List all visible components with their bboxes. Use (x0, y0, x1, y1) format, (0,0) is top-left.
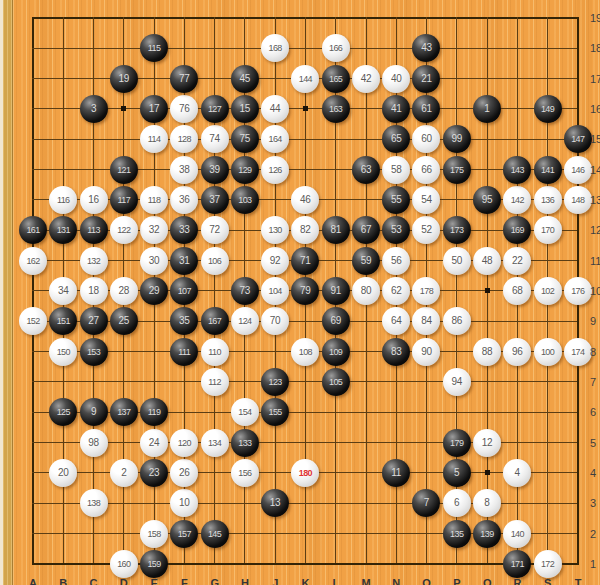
stone-white-36: 36 (170, 186, 198, 214)
stone-white-76: 76 (170, 95, 198, 123)
stone-white-176: 176 (564, 277, 592, 305)
board-cell: 31 (169, 245, 199, 275)
stone-move-number: 64 (391, 316, 402, 326)
stone-black-113: 113 (80, 216, 108, 244)
stone-move-number: 7 (424, 498, 429, 508)
stone-move-number: 45 (240, 74, 251, 84)
stone-move-number: 105 (329, 377, 342, 387)
stone-black-145: 145 (201, 520, 229, 548)
board-cell: 166 (321, 33, 351, 63)
stone-black-69: 69 (322, 307, 350, 335)
board-cell: 95 (472, 185, 502, 215)
board-cell: 17 (139, 94, 169, 124)
stone-move-number: 152 (26, 316, 39, 326)
stone-black-107: 107 (170, 277, 198, 305)
board-cell: 104 (260, 276, 290, 306)
board-cell: 133 (230, 427, 260, 457)
stone-move-number: 102 (541, 286, 554, 296)
stone-white-70: 70 (261, 307, 289, 335)
stone-black-77: 77 (170, 65, 198, 93)
board-cell: 27 (78, 306, 108, 336)
stone-black-3: 3 (80, 95, 108, 123)
stone-move-number: 60 (421, 134, 432, 144)
stone-move-number: 4 (515, 468, 520, 478)
stone-move-number: 161 (26, 225, 39, 235)
stone-move-number: 163 (329, 104, 342, 114)
board-cell: 84 (411, 306, 441, 336)
stone-black-129: 129 (231, 156, 259, 184)
stone-move-number: 100 (541, 347, 554, 357)
stone-move-number: 20 (58, 468, 69, 478)
board-cell: 171 (502, 549, 532, 579)
stone-move-number: 54 (421, 195, 432, 205)
stone-white-174: 174 (564, 338, 592, 366)
board-cell: 110 (199, 336, 229, 366)
stone-move-number: 160 (117, 559, 130, 569)
stone-move-number: 15 (240, 104, 251, 114)
stone-move-number: 81 (330, 225, 341, 235)
stone-white-158: 158 (140, 520, 168, 548)
stone-move-number: 106 (208, 256, 221, 266)
stone-move-number: 135 (450, 529, 463, 539)
stone-black-31: 31 (170, 247, 198, 275)
stone-black-159: 159 (140, 550, 168, 578)
stone-white-166: 166 (322, 34, 350, 62)
board-cell: 178 (411, 276, 441, 306)
stone-white-160: 160 (110, 550, 138, 578)
stone-move-number: 68 (512, 286, 523, 296)
stone-move-number: 5 (454, 468, 459, 478)
board-cell: 117 (109, 185, 139, 215)
stone-white-20: 20 (49, 459, 77, 487)
board-cell: 107 (169, 276, 199, 306)
stone-move-number: 13 (270, 498, 281, 508)
board-cell: 44 (260, 94, 290, 124)
stone-move-number: 127 (208, 104, 221, 114)
stone-white-172: 172 (534, 550, 562, 578)
column-label-J: J (269, 577, 281, 585)
board-cell: 33 (169, 215, 199, 245)
column-label-R: R (511, 577, 523, 585)
column-label-O: O (421, 577, 433, 585)
stone-black-21: 21 (412, 65, 440, 93)
stone-move-number: 2 (121, 468, 126, 478)
stone-move-number: 136 (541, 195, 554, 205)
board-cell: 173 (442, 215, 472, 245)
stone-move-number: 138 (87, 498, 100, 508)
board-cell: 92 (260, 245, 290, 275)
stone-move-number: 170 (541, 225, 554, 235)
stone-white-50: 50 (443, 247, 471, 275)
board-cell: 109 (321, 336, 351, 366)
stone-white-140: 140 (503, 520, 531, 548)
board-cell: 145 (199, 518, 229, 548)
stone-move-number: 165 (329, 74, 342, 84)
stone-move-number: 84 (421, 316, 432, 326)
board-cell: 172 (532, 549, 562, 579)
stone-move-number: 175 (450, 165, 463, 175)
stone-move-number: 39 (209, 165, 220, 175)
stone-move-number: 38 (179, 165, 190, 175)
stone-black-33: 33 (170, 216, 198, 244)
stone-move-number: 154 (238, 407, 251, 417)
stone-white-2: 2 (110, 459, 138, 487)
stone-white-152: 152 (19, 307, 47, 335)
stone-black-119: 119 (140, 398, 168, 426)
board-cell: 18 (78, 276, 108, 306)
stone-move-number: 32 (149, 225, 160, 235)
stone-black-11: 11 (382, 459, 410, 487)
stone-white-136: 136 (534, 186, 562, 214)
stone-white-64: 64 (382, 307, 410, 335)
stone-move-number: 94 (451, 377, 462, 387)
board-cell: 53 (381, 215, 411, 245)
board-cell: 41 (381, 94, 411, 124)
board-cell: 126 (260, 154, 290, 184)
stone-white-148: 148 (564, 186, 592, 214)
stone-move-number: 107 (178, 286, 191, 296)
stone-move-number: 156 (238, 468, 251, 478)
stone-black-125: 125 (49, 398, 77, 426)
stone-move-number: 46 (300, 195, 311, 205)
stone-move-number: 26 (179, 468, 190, 478)
board-cell: 12 (472, 427, 502, 457)
board-cell: 114 (139, 124, 169, 154)
stone-move-number: 131 (57, 225, 70, 235)
stone-white-30: 30 (140, 247, 168, 275)
board-cell: 3 (78, 94, 108, 124)
board-cell: 98 (78, 427, 108, 457)
stone-black-95: 95 (473, 186, 501, 214)
stone-white-16: 16 (80, 186, 108, 214)
stone-white-118: 118 (140, 186, 168, 214)
board-cell: 170 (532, 215, 562, 245)
stone-white-138: 138 (80, 489, 108, 517)
stone-black-109: 109 (322, 338, 350, 366)
stone-move-number: 95 (482, 195, 493, 205)
stone-white-128: 128 (170, 125, 198, 153)
stone-move-number: 120 (178, 438, 191, 448)
stone-black-19: 19 (110, 65, 138, 93)
stone-move-number: 162 (26, 256, 39, 266)
column-label-G: G (209, 577, 221, 585)
board-cell: 75 (230, 124, 260, 154)
stone-white-34: 34 (49, 277, 77, 305)
stone-black-55: 55 (382, 186, 410, 214)
stone-move-number: 137 (117, 407, 130, 417)
board-cell: 46 (290, 185, 320, 215)
stone-black-43: 43 (412, 34, 440, 62)
stone-move-number: 172 (541, 559, 554, 569)
stone-move-number: 31 (179, 256, 190, 266)
stone-black-139: 139 (473, 520, 501, 548)
stone-black-123: 123 (261, 368, 289, 396)
stone-move-number: 142 (511, 195, 524, 205)
stone-move-number: 141 (541, 165, 554, 175)
stone-move-number: 34 (58, 286, 69, 296)
stone-move-number: 180 (299, 468, 312, 478)
stone-move-number: 157 (178, 529, 191, 539)
stone-move-number: 153 (87, 347, 100, 357)
stone-black-17: 17 (140, 95, 168, 123)
row-label-10: 10 (590, 285, 600, 297)
board-cell: 116 (48, 185, 78, 215)
stone-white-94: 94 (443, 368, 471, 396)
board-cell: 79 (290, 276, 320, 306)
stone-move-number: 124 (238, 316, 251, 326)
stone-move-number: 173 (450, 225, 463, 235)
stone-black-27: 27 (80, 307, 108, 335)
board-cell: 52 (411, 215, 441, 245)
stone-black-25: 25 (110, 307, 138, 335)
stone-white-24: 24 (140, 429, 168, 457)
board-cell: 2 (109, 458, 139, 488)
board-cell: 159 (139, 549, 169, 579)
board-cell: 48 (472, 245, 502, 275)
board-cell: 45 (230, 64, 260, 94)
board-cell: 67 (351, 215, 381, 245)
stone-move-number: 179 (450, 438, 463, 448)
board-cell: 112 (199, 367, 229, 397)
board-cell: 144 (290, 64, 320, 94)
stone-white-104: 104 (261, 277, 289, 305)
stone-move-number: 58 (391, 165, 402, 175)
stone-black-81: 81 (322, 216, 350, 244)
row-label-19: 19 (590, 12, 600, 24)
row-label-14: 14 (590, 164, 600, 176)
column-label-C: C (88, 577, 100, 585)
stone-black-157: 157 (170, 520, 198, 548)
stone-white-18: 18 (80, 277, 108, 305)
stone-black-5: 5 (443, 459, 471, 487)
board-cell: 161 (18, 215, 48, 245)
stone-white-134: 134 (201, 429, 229, 457)
column-label-S: S (542, 577, 554, 585)
row-label-16: 16 (590, 103, 600, 115)
stone-white-80: 80 (352, 277, 380, 305)
board-cell: 72 (199, 215, 229, 245)
board-cell: 119 (139, 397, 169, 427)
stone-white-126: 126 (261, 156, 289, 184)
board-cell: 55 (381, 185, 411, 215)
board-cell: 60 (411, 124, 441, 154)
stone-move-number: 82 (300, 225, 311, 235)
stone-move-number: 150 (57, 347, 70, 357)
stone-white-56: 56 (382, 247, 410, 275)
stone-black-147: 147 (564, 125, 592, 153)
board-cell: 155 (260, 397, 290, 427)
stone-move-number: 55 (391, 195, 402, 205)
stone-white-102: 102 (534, 277, 562, 305)
stone-move-number: 80 (361, 286, 372, 296)
board-cell: 158 (139, 518, 169, 548)
row-label-12: 12 (590, 224, 600, 236)
board-cell: 180 (290, 458, 320, 488)
stone-move-number: 40 (391, 74, 402, 84)
stone-white-54: 54 (412, 186, 440, 214)
stone-move-number: 69 (330, 316, 341, 326)
stone-move-number: 140 (511, 529, 524, 539)
stone-move-number: 67 (361, 225, 372, 235)
board-cell: 62 (381, 276, 411, 306)
stone-move-number: 41 (391, 104, 402, 114)
board-intersections[interactable]: 1234567891011121315161718192021222324252… (18, 3, 593, 579)
stone-move-number: 119 (148, 407, 161, 417)
stone-move-number: 79 (300, 286, 311, 296)
stone-move-number: 22 (512, 256, 523, 266)
stone-move-number: 125 (57, 407, 70, 417)
board-cell: 19 (109, 64, 139, 94)
stone-move-number: 16 (88, 195, 99, 205)
board-cell: 7 (411, 488, 441, 518)
stone-black-161: 161 (19, 216, 47, 244)
board-cell: 34 (48, 276, 78, 306)
row-label-9: 9 (590, 315, 600, 327)
stone-move-number: 19 (119, 74, 130, 84)
board-cell: 21 (411, 64, 441, 94)
stone-move-number: 118 (148, 195, 161, 205)
board-cell: 43 (411, 33, 441, 63)
stone-white-178: 178 (412, 277, 440, 305)
board-cell: 56 (381, 245, 411, 275)
stone-white-84: 84 (412, 307, 440, 335)
column-label-E: E (148, 577, 160, 585)
board-cell: 38 (169, 154, 199, 184)
board-cell: 4 (502, 458, 532, 488)
board-cell: 129 (230, 154, 260, 184)
board-cell: 69 (321, 306, 351, 336)
stone-black-149: 149 (534, 95, 562, 123)
stone-move-number: 27 (88, 316, 99, 326)
stone-move-number: 11 (391, 468, 401, 478)
stone-black-41: 41 (382, 95, 410, 123)
board-cell: 124 (230, 306, 260, 336)
stone-move-number: 44 (270, 104, 281, 114)
stone-move-number: 129 (238, 165, 251, 175)
stone-move-number: 117 (118, 195, 131, 205)
stone-move-number: 132 (87, 256, 100, 266)
stone-move-number: 158 (147, 529, 160, 539)
board-cell: 96 (502, 336, 532, 366)
board-cell: 59 (351, 245, 381, 275)
stone-black-175: 175 (443, 156, 471, 184)
stone-move-number: 30 (149, 256, 160, 266)
go-board: 1234567891011121315161718192021222324252… (0, 0, 600, 585)
board-cell: 137 (109, 397, 139, 427)
board-cell: 140 (502, 518, 532, 548)
stone-black-45: 45 (231, 65, 259, 93)
stone-black-133: 133 (231, 429, 259, 457)
board-cell: 179 (442, 427, 472, 457)
stone-white-106: 106 (201, 247, 229, 275)
column-label-T: T (572, 577, 584, 585)
stone-move-number: 56 (391, 256, 402, 266)
stone-white-26: 26 (170, 459, 198, 487)
stone-move-number: 146 (571, 165, 584, 175)
board-cell: 103 (230, 185, 260, 215)
column-label-H: H (239, 577, 251, 585)
stone-black-153: 153 (80, 338, 108, 366)
stone-move-number: 115 (148, 43, 161, 53)
stone-black-9: 9 (80, 398, 108, 426)
stone-move-number: 176 (571, 286, 584, 296)
board-cell: 5 (442, 458, 472, 488)
stone-move-number: 70 (270, 316, 281, 326)
stone-black-37: 37 (201, 186, 229, 214)
board-cell: 81 (321, 215, 351, 245)
stone-move-number: 126 (269, 165, 282, 175)
stone-black-155: 155 (261, 398, 289, 426)
stone-move-number: 178 (420, 286, 433, 296)
stone-white-144: 144 (291, 65, 319, 93)
stone-move-number: 83 (391, 347, 402, 357)
stone-move-number: 59 (361, 256, 372, 266)
stone-white-112: 112 (201, 368, 229, 396)
stone-white-150: 150 (49, 338, 77, 366)
board-cell: 136 (532, 185, 562, 215)
row-label-4: 4 (590, 467, 600, 479)
stone-white-142: 142 (503, 186, 531, 214)
stone-white-114: 114 (140, 125, 168, 153)
stone-white-52: 52 (412, 216, 440, 244)
board-cell: 54 (411, 185, 441, 215)
row-label-6: 6 (590, 406, 600, 418)
stone-move-number: 21 (421, 74, 432, 84)
row-label-11: 11 (590, 255, 600, 267)
row-label-17: 17 (590, 73, 600, 85)
stone-black-29: 29 (140, 277, 168, 305)
stone-move-number: 73 (240, 286, 251, 296)
stone-move-number: 149 (541, 104, 554, 114)
stone-black-35: 35 (170, 307, 198, 335)
stone-move-number: 88 (482, 347, 493, 357)
board-cell: 142 (502, 185, 532, 215)
stone-black-135: 135 (443, 520, 471, 548)
stone-white-90: 90 (412, 338, 440, 366)
column-label-A: A (27, 577, 39, 585)
stone-white-40: 40 (382, 65, 410, 93)
stone-white-60: 60 (412, 125, 440, 153)
board-cell: 122 (109, 215, 139, 245)
stone-white-88: 88 (473, 338, 501, 366)
stone-move-number: 145 (208, 529, 221, 539)
board-cell: 9 (78, 397, 108, 427)
stone-white-154: 154 (231, 398, 259, 426)
stone-move-number: 98 (88, 438, 99, 448)
column-label-M: M (360, 577, 372, 585)
stone-move-number: 114 (148, 134, 161, 144)
board-cell: 160 (109, 549, 139, 579)
stone-black-13: 13 (261, 489, 289, 517)
row-label-15: 15 (590, 133, 600, 145)
stone-move-number: 166 (329, 43, 342, 53)
column-label-P: P (451, 577, 463, 585)
column-label-N: N (390, 577, 402, 585)
stone-move-number: 148 (571, 195, 584, 205)
board-cell: 118 (139, 185, 169, 215)
stone-black-141: 141 (534, 156, 562, 184)
board-cell: 13 (260, 488, 290, 518)
row-label-1: 1 (590, 558, 600, 570)
stone-move-number: 12 (482, 438, 493, 448)
stone-black-63: 63 (352, 156, 380, 184)
stone-move-number: 23 (149, 468, 160, 478)
stone-move-number: 42 (361, 74, 372, 84)
board-cell: 86 (442, 306, 472, 336)
stone-black-173: 173 (443, 216, 471, 244)
stone-move-number: 28 (119, 286, 130, 296)
board-cell: 22 (502, 245, 532, 275)
